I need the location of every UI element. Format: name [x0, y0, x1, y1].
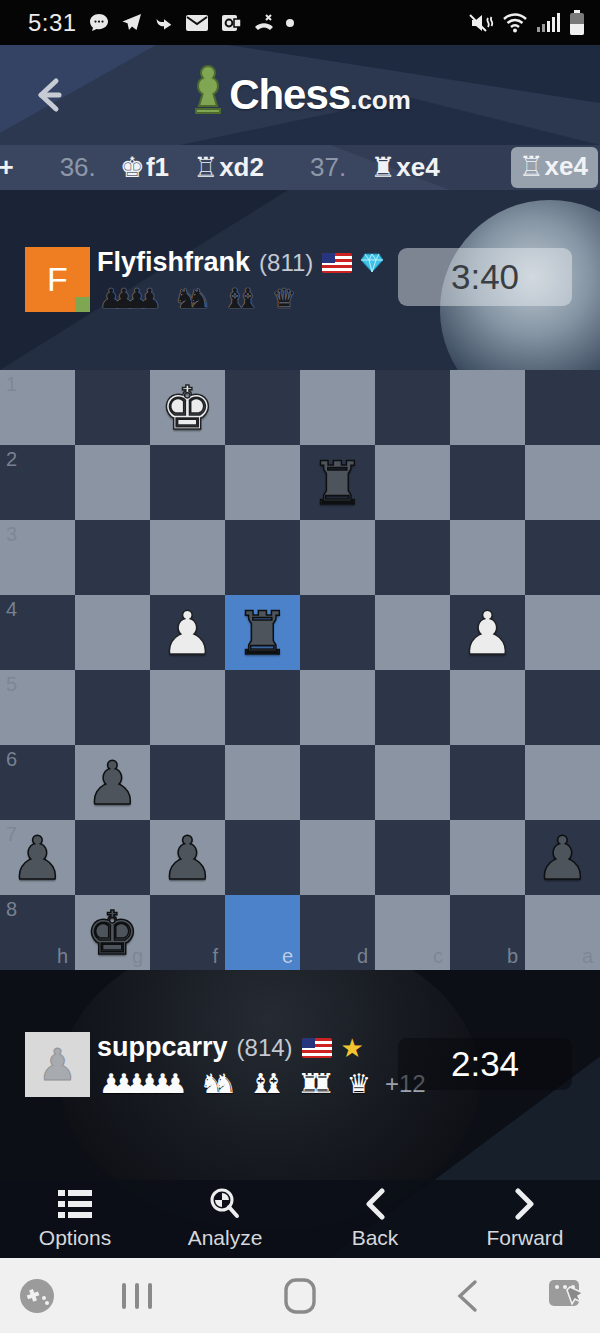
file-label-a: a: [582, 945, 593, 968]
file-label-d: d: [357, 945, 368, 968]
telegram-icon: [120, 11, 144, 35]
captured-rooks: ♜♜: [298, 1070, 335, 1097]
rank-label-3: 3: [6, 523, 17, 546]
forward-label: Forward: [486, 1226, 563, 1250]
game-toolbar: Options Analyze Back Forward: [0, 1180, 600, 1258]
move-back-button[interactable]: Back: [300, 1180, 450, 1258]
captured-queens: ♛: [347, 1070, 371, 1097]
square-c7[interactable]: [375, 820, 450, 895]
black-pawn-a7: ♟: [525, 820, 600, 895]
battery-icon: [568, 9, 586, 37]
top-player-avatar[interactable]: F: [25, 247, 90, 312]
square-b5[interactable]: [450, 670, 525, 745]
square-b4[interactable]: ♟: [450, 595, 525, 670]
bottom-player-clock: 2:34: [398, 1038, 572, 1090]
top-player-captured-pieces: ♟♟♟♟♞♞♝♝♛: [99, 285, 296, 312]
analyze-button[interactable]: Analyze: [150, 1180, 300, 1258]
black-king-g8: ♚: [75, 895, 150, 970]
square-d8[interactable]: d: [300, 895, 375, 970]
diamond-membership-icon: [361, 253, 383, 273]
notification-icons: [87, 11, 295, 35]
status-time: 5:31: [28, 9, 77, 37]
square-e7[interactable]: [225, 820, 300, 895]
square-c6[interactable]: [375, 745, 450, 820]
square-a5[interactable]: [525, 670, 600, 745]
square-a1[interactable]: [525, 370, 600, 445]
square-c2[interactable]: [375, 445, 450, 520]
square-g1[interactable]: [75, 370, 150, 445]
square-b3[interactable]: [450, 520, 525, 595]
back-label: Back: [352, 1226, 399, 1250]
top-player-clock: 3:40: [398, 248, 572, 306]
keyboard-switch-icon[interactable]: [545, 1276, 585, 1316]
square-d6[interactable]: [300, 745, 375, 820]
bottom-player-name-row[interactable]: suppcarry (814) ★: [97, 1032, 364, 1063]
home-icon[interactable]: [281, 1277, 319, 1315]
file-label-c: c: [433, 945, 443, 968]
square-g5[interactable]: [75, 670, 150, 745]
move-number: 37.: [310, 152, 346, 183]
move-item[interactable]: ♜xe4: [370, 151, 440, 184]
piece-figurine: ♚: [120, 151, 145, 184]
analyze-label: Analyze: [188, 1226, 263, 1250]
notification-dot: [285, 18, 295, 28]
square-h3[interactable]: 3: [0, 520, 75, 595]
file-label-e: e: [282, 945, 293, 968]
square-a8[interactable]: a: [525, 895, 600, 970]
captured-pawns: ♟♟♟♟♟♟: [99, 1070, 188, 1097]
bottom-player-username: suppcarry: [97, 1032, 228, 1063]
move-row: 2+36.♚f1♖xd237.♜xe4♖xe4: [0, 147, 600, 188]
square-c3[interactable]: [375, 520, 450, 595]
black-pawn-f7: ♟: [150, 820, 225, 895]
square-e3[interactable]: [225, 520, 300, 595]
mail-icon: [184, 11, 210, 35]
mute-vibrate-icon: [468, 11, 494, 35]
square-d3[interactable]: [300, 520, 375, 595]
chat-icon: [87, 11, 111, 35]
status-bar: 5:31: [0, 0, 600, 45]
top-player-row: F Flyfishfrank (811) ♟♟♟♟♞♞♝♝♛ 3:40: [0, 190, 600, 370]
star-membership-icon: ★: [341, 1038, 364, 1058]
captured-knights: ♞♞: [200, 1070, 237, 1097]
file-label-b: b: [507, 945, 518, 968]
square-e4[interactable]: ♜: [225, 595, 300, 670]
square-b8[interactable]: b: [450, 895, 525, 970]
square-h2[interactable]: 2: [0, 445, 75, 520]
chess-board[interactable]: 1♚2♜34♟♜♟56♟7♟♟♟8hg♚fedcba: [0, 370, 600, 970]
move-item[interactable]: ♖xd2: [193, 151, 264, 184]
captured-knights: ♞♞: [174, 285, 211, 312]
square-b1[interactable]: [450, 370, 525, 445]
square-c4[interactable]: [375, 595, 450, 670]
bottom-clock-time: 2:34: [451, 1044, 519, 1084]
square-a6[interactable]: [525, 745, 600, 820]
square-f2[interactable]: [150, 445, 225, 520]
system-status-icons: [468, 0, 586, 45]
chevron-right-icon: [514, 1187, 536, 1221]
captured-bishops: ♝♝: [249, 1070, 286, 1097]
square-h8[interactable]: 8h: [0, 895, 75, 970]
rank-label-8: 8: [6, 898, 17, 921]
square-g2[interactable]: [75, 445, 150, 520]
square-h7[interactable]: 7♟: [0, 820, 75, 895]
square-g7[interactable]: [75, 820, 150, 895]
square-f3[interactable]: [150, 520, 225, 595]
square-e2[interactable]: [225, 445, 300, 520]
square-g6[interactable]: ♟: [75, 745, 150, 820]
white-king-f1: ♚: [150, 370, 225, 445]
square-h1[interactable]: 1: [0, 370, 75, 445]
square-a3[interactable]: [525, 520, 600, 595]
chevron-left-icon: [364, 1187, 386, 1221]
square-h6[interactable]: 6: [0, 745, 75, 820]
square-b6[interactable]: [450, 745, 525, 820]
signal-icon: [536, 11, 560, 35]
square-f1[interactable]: ♚: [150, 370, 225, 445]
square-d1[interactable]: [300, 370, 375, 445]
square-e1[interactable]: [225, 370, 300, 445]
piece-figurine: ♖: [519, 150, 544, 183]
square-e5[interactable]: [225, 670, 300, 745]
bottom-player-avatar[interactable]: ♟: [25, 1032, 90, 1097]
move-list-bar[interactable]: 2+36.♚f1♖xd237.♜xe4♖xe4: [0, 145, 600, 190]
square-b7[interactable]: [450, 820, 525, 895]
square-a2[interactable]: [525, 445, 600, 520]
top-player-username: Flyfishfrank: [97, 247, 250, 278]
square-f4[interactable]: ♟: [150, 595, 225, 670]
square-g3[interactable]: [75, 520, 150, 595]
square-c5[interactable]: [375, 670, 450, 745]
black-pawn-g6: ♟: [75, 745, 150, 820]
move-partial[interactable]: 2+: [0, 152, 14, 183]
online-status-dot: [75, 297, 90, 312]
square-d5[interactable]: [300, 670, 375, 745]
move-number: 36.: [60, 152, 96, 183]
move-san: f1: [146, 152, 169, 183]
bottom-player-captured-pieces: ♟♟♟♟♟♟♞♞♝♝♜♜♛+12: [99, 1070, 426, 1097]
square-a7[interactable]: ♟: [525, 820, 600, 895]
missed-call-icon: [252, 11, 276, 35]
square-g4[interactable]: [75, 595, 150, 670]
square-f5[interactable]: [150, 670, 225, 745]
recent-apps-icon[interactable]: [120, 1279, 154, 1313]
rank-label-5: 5: [6, 673, 17, 696]
piece-figurine: ♜: [370, 151, 395, 184]
captured-pawns: ♟♟♟♟: [99, 285, 162, 312]
file-label-f: f: [212, 945, 218, 968]
square-g8[interactable]: g♚: [75, 895, 150, 970]
analyze-magnifier-icon: [207, 1187, 243, 1221]
square-a4[interactable]: [525, 595, 600, 670]
android-nav-bar: [0, 1258, 600, 1333]
top-clock-time: 3:40: [451, 257, 519, 297]
piece-figurine: ♖: [193, 151, 218, 184]
captured-queens: ♛: [272, 285, 296, 312]
logo-text: Chess: [229, 71, 350, 119]
move-san: xe4: [545, 151, 588, 182]
list-icon: [58, 1187, 92, 1221]
logo-suffix: .com: [350, 85, 411, 116]
white-pawn-b4: ♟: [450, 595, 525, 670]
file-label-h: h: [57, 945, 68, 968]
current-move[interactable]: ♖xe4: [511, 147, 599, 188]
outlook-icon: [219, 11, 243, 35]
square-f6[interactable]: [150, 745, 225, 820]
square-c1[interactable]: [375, 370, 450, 445]
back-icon[interactable]: [455, 1278, 479, 1314]
top-player-rating: (811): [259, 249, 313, 277]
move-item[interactable]: ♚f1: [120, 151, 169, 184]
black-rook-e4: ♜: [225, 595, 300, 670]
rank-label-4: 4: [6, 598, 17, 621]
square-e6[interactable]: [225, 745, 300, 820]
chesscom-logo: Chess .com: [0, 45, 600, 145]
square-c8[interactable]: c: [375, 895, 450, 970]
options-button[interactable]: Options: [0, 1180, 150, 1258]
bottom-player-rating: (814): [237, 1034, 293, 1062]
us-flag-icon: [322, 253, 352, 273]
black-rook-d2: ♜: [300, 445, 375, 520]
square-d4[interactable]: [300, 595, 375, 670]
rank-label-6: 6: [6, 748, 17, 771]
app-header: Chess .com: [0, 45, 600, 145]
square-d2[interactable]: ♜: [300, 445, 375, 520]
top-player-name-row[interactable]: Flyfishfrank (811): [97, 247, 383, 278]
avatar-pawn-icon: ♟: [38, 1039, 77, 1090]
options-label: Options: [39, 1226, 111, 1250]
square-f8[interactable]: f: [150, 895, 225, 970]
move-san: xe4: [396, 152, 439, 183]
square-b2[interactable]: [450, 445, 525, 520]
logo-pawn-icon: [189, 63, 227, 119]
top-player-section: F Flyfishfrank (811) ♟♟♟♟♞♞♝♝♛ 3:40: [0, 190, 600, 370]
square-h5[interactable]: 5: [0, 670, 75, 745]
wifi-icon: [502, 11, 528, 35]
game-tools-icon[interactable]: [18, 1277, 56, 1315]
bottom-player-row: ♟ suppcarry (814) ★ ♟♟♟♟♟♟♞♞♝♝♜♜♛+12 2:3…: [0, 970, 600, 1130]
square-h4[interactable]: 4: [0, 595, 75, 670]
captured-bishops: ♝♝: [223, 285, 260, 312]
reply-icon: [153, 12, 175, 34]
square-e8[interactable]: e: [225, 895, 300, 970]
rank-label-1: 1: [6, 373, 17, 396]
square-f7[interactable]: ♟: [150, 820, 225, 895]
square-d7[interactable]: [300, 820, 375, 895]
move-forward-button[interactable]: Forward: [450, 1180, 600, 1258]
chess-app-screen: 5:31: [0, 0, 600, 1333]
rank-label-2: 2: [6, 448, 17, 471]
move-san: xd2: [219, 152, 264, 183]
black-pawn-h7: ♟: [0, 820, 75, 895]
us-flag-icon: [302, 1038, 332, 1058]
white-pawn-f4: ♟: [150, 595, 225, 670]
